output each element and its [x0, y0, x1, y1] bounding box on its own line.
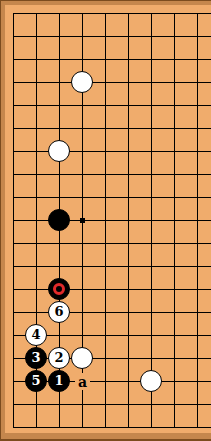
point-label-a[interactable]: a	[75, 373, 90, 390]
stone-move-number: 1	[54, 374, 63, 387]
grid-line-horizontal	[13, 197, 211, 198]
stone-move-number: 4	[31, 328, 40, 341]
stone-move-number: 6	[54, 305, 63, 318]
stone-white-D16[interactable]	[71, 71, 93, 93]
grid-line-horizontal	[13, 59, 211, 60]
grid-line-horizontal	[13, 174, 211, 175]
grid-line-horizontal	[13, 427, 211, 428]
grid-line-horizontal	[13, 243, 211, 244]
stone-white-D4[interactable]	[71, 347, 93, 369]
circle-marker	[53, 283, 65, 295]
star-point	[80, 218, 85, 223]
grid-line-horizontal	[13, 289, 211, 290]
grid-line-horizontal	[13, 105, 211, 106]
stone-black-C7[interactable]	[48, 278, 70, 300]
stone-white-B5[interactable]: 4	[25, 324, 47, 346]
go-diagram: 643251a	[0, 0, 211, 441]
stone-move-number: 3	[31, 351, 40, 364]
grid-line-horizontal	[13, 128, 211, 129]
grid-line-horizontal	[13, 404, 211, 405]
grid-line-horizontal	[13, 312, 211, 313]
stone-black-B3[interactable]: 5	[25, 370, 47, 392]
stone-black-C10[interactable]	[48, 209, 70, 231]
stone-move-number: 2	[54, 351, 63, 364]
grid-line-horizontal	[13, 220, 211, 221]
stone-white-C6[interactable]: 6	[48, 301, 70, 323]
stone-white-C4[interactable]: 2	[48, 347, 70, 369]
stone-black-B4[interactable]: 3	[25, 347, 47, 369]
stone-white-G3[interactable]	[140, 370, 162, 392]
grid-line-horizontal	[13, 36, 211, 37]
grid-line-horizontal	[13, 82, 211, 83]
board-frame-edge-left	[0, 0, 1, 441]
stone-black-C3[interactable]: 1	[48, 370, 70, 392]
grid-line-horizontal	[13, 13, 211, 14]
grid-line-horizontal	[13, 151, 211, 152]
stone-white-C13[interactable]	[48, 140, 70, 162]
stone-move-number: 5	[31, 374, 40, 387]
board-frame-edge-top	[0, 0, 211, 1]
grid-line-horizontal	[13, 266, 211, 267]
